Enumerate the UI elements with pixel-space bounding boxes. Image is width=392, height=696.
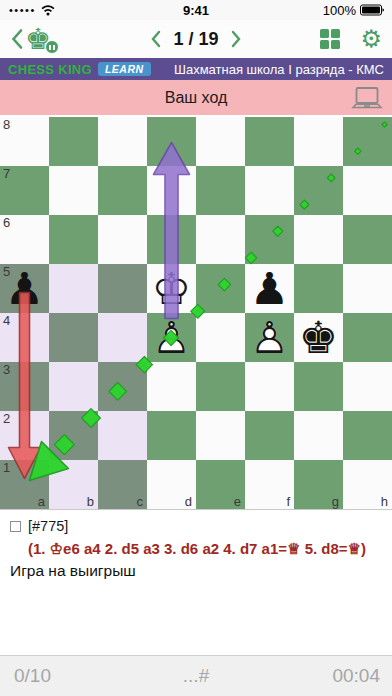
exercise-caption: Игра на выигрыш xyxy=(10,562,382,580)
square-b3[interactable] xyxy=(49,362,98,411)
solved-checkbox[interactable] xyxy=(10,521,21,532)
square-a5[interactable]: 5♟ xyxy=(0,264,49,313)
piece-white-pawn[interactable]: ♟♙ xyxy=(147,313,196,362)
square-h6[interactable] xyxy=(343,215,392,264)
square-h5[interactable] xyxy=(343,264,392,313)
file-label-e: e xyxy=(234,494,241,509)
square-d3[interactable] xyxy=(147,362,196,411)
brand-logo-text: CHESS KING xyxy=(8,62,92,77)
rank-label-7: 7 xyxy=(3,166,10,181)
turn-prompt-text: Ваш ход xyxy=(165,89,228,107)
piece-black-king[interactable]: ♚ xyxy=(294,313,343,362)
square-h8[interactable] xyxy=(343,117,392,166)
square-d1[interactable]: d xyxy=(147,460,196,509)
square-h7[interactable] xyxy=(343,166,392,215)
square-d2[interactable] xyxy=(147,411,196,460)
turn-prompt-bar: Ваш ход xyxy=(0,80,392,117)
piece-black-pawn[interactable]: ♟ xyxy=(245,264,294,313)
square-e8[interactable] xyxy=(196,117,245,166)
course-title: Шахматная школа I разряда - КМС xyxy=(174,62,384,77)
file-label-d: d xyxy=(185,494,192,509)
square-d4[interactable]: ♟♙ xyxy=(147,313,196,362)
file-label-a: a xyxy=(38,494,45,509)
square-a6[interactable]: 6 xyxy=(0,215,49,264)
back-chevron-icon xyxy=(10,28,23,50)
square-d5[interactable]: ♚♔ xyxy=(147,264,196,313)
square-g6[interactable] xyxy=(294,215,343,264)
battery-icon xyxy=(360,4,385,16)
square-c1[interactable]: c xyxy=(98,460,147,509)
square-h2[interactable] xyxy=(343,411,392,460)
square-b6[interactable] xyxy=(49,215,98,264)
square-f4[interactable]: ♟♙ xyxy=(245,313,294,362)
status-bar: ••••• 9:41 100% xyxy=(0,0,392,20)
battery-percent: 100% xyxy=(323,3,356,18)
square-b5[interactable] xyxy=(49,264,98,313)
square-g7[interactable] xyxy=(294,166,343,215)
square-f6[interactable] xyxy=(245,215,294,264)
rank-label-1: 1 xyxy=(3,460,10,475)
puzzle-list-icon[interactable] xyxy=(320,29,340,49)
square-f8[interactable] xyxy=(245,117,294,166)
brand-bar: CHESS KING LEARN Шахматная школа I разря… xyxy=(0,58,392,80)
square-c5[interactable] xyxy=(98,264,147,313)
square-g2[interactable] xyxy=(294,411,343,460)
file-label-f: f xyxy=(286,494,290,509)
square-e4[interactable] xyxy=(196,313,245,362)
file-label-b: b xyxy=(87,494,94,509)
puzzle-counter: 1 / 19 xyxy=(173,29,218,50)
square-b4[interactable] xyxy=(49,313,98,362)
app-screen: ••••• 9:41 100% ♚ xyxy=(0,0,392,696)
square-g3[interactable] xyxy=(294,362,343,411)
square-b1[interactable]: b xyxy=(49,460,98,509)
learn-badge: LEARN xyxy=(98,62,151,76)
square-f2[interactable] xyxy=(245,411,294,460)
back-button[interactable]: ♚ xyxy=(10,23,57,55)
square-g8[interactable] xyxy=(294,117,343,166)
exercise-info-panel: [#775] (1. ♔e6 a4 2. d5 a3 3. d6 a2 4. d… xyxy=(0,510,392,580)
file-label-h: h xyxy=(381,494,388,509)
chess-board: 8765♟♚♔♟4♟♙♟♙♚321abcdefgh xyxy=(0,117,392,510)
square-e1[interactable]: e xyxy=(196,460,245,509)
chess-king-logo-icon: ♚ xyxy=(25,23,57,55)
next-puzzle-icon[interactable] xyxy=(231,30,242,48)
square-a3[interactable]: 3 xyxy=(0,362,49,411)
square-b2[interactable] xyxy=(49,411,98,460)
piece-white-pawn[interactable]: ♟♙ xyxy=(245,313,294,362)
square-b8[interactable] xyxy=(49,117,98,166)
computer-engine-icon[interactable] xyxy=(350,86,384,111)
rank-label-3: 3 xyxy=(3,362,10,377)
battery-cluster: 100% xyxy=(323,3,392,18)
square-e7[interactable] xyxy=(196,166,245,215)
prev-puzzle-icon[interactable] xyxy=(150,30,161,48)
rank-label-4: 4 xyxy=(3,313,10,328)
solution-moves[interactable]: (1. ♔e6 a4 2. d5 a3 3. d6 a2 4. d7 a1=♕ … xyxy=(10,539,382,559)
exercise-id: [#775] xyxy=(28,518,68,534)
rank-label-8: 8 xyxy=(3,117,10,132)
file-label-g: g xyxy=(332,494,339,509)
square-c8[interactable] xyxy=(98,117,147,166)
square-c6[interactable] xyxy=(98,215,147,264)
square-h4[interactable] xyxy=(343,313,392,362)
square-a4[interactable]: 4 xyxy=(0,313,49,362)
square-h3[interactable] xyxy=(343,362,392,411)
square-g4[interactable]: ♚ xyxy=(294,313,343,362)
nav-bar: ♚ 1 / 19 ⚙ xyxy=(0,20,392,58)
square-d8[interactable] xyxy=(147,117,196,166)
square-a2[interactable]: 2 xyxy=(0,411,49,460)
rank-label-6: 6 xyxy=(3,215,10,230)
square-e3[interactable] xyxy=(196,362,245,411)
square-a7[interactable]: 7 xyxy=(0,166,49,215)
square-f5[interactable]: ♟ xyxy=(245,264,294,313)
square-a8[interactable]: 8 xyxy=(0,117,49,166)
square-c7[interactable] xyxy=(98,166,147,215)
square-e6[interactable] xyxy=(196,215,245,264)
pause-badge-icon xyxy=(45,40,59,54)
exercise-id-row: [#775] xyxy=(10,518,382,534)
square-c4[interactable] xyxy=(98,313,147,362)
nav-actions: ⚙ xyxy=(320,27,382,51)
square-e5[interactable] xyxy=(196,264,245,313)
footer-bar: 0/10 ...# 00:04 xyxy=(0,655,392,696)
rank-label-2: 2 xyxy=(3,411,10,426)
square-b7[interactable] xyxy=(49,166,98,215)
square-a1[interactable]: 1a xyxy=(0,460,49,509)
square-g5[interactable] xyxy=(294,264,343,313)
goal-indicator: ...# xyxy=(0,665,392,687)
file-label-c: c xyxy=(137,494,144,509)
square-f1[interactable]: f xyxy=(245,460,294,509)
square-f7[interactable] xyxy=(245,166,294,215)
square-c3[interactable] xyxy=(98,362,147,411)
square-f3[interactable] xyxy=(245,362,294,411)
settings-gear-icon[interactable]: ⚙ xyxy=(360,27,382,51)
piece-black-pawn[interactable]: ♟ xyxy=(0,264,49,313)
square-g1[interactable]: g xyxy=(294,460,343,509)
square-c2[interactable] xyxy=(98,411,147,460)
square-d7[interactable] xyxy=(147,166,196,215)
piece-white-king[interactable]: ♚♔ xyxy=(147,264,196,313)
square-d6[interactable] xyxy=(147,215,196,264)
square-e2[interactable] xyxy=(196,411,245,460)
square-h1[interactable]: h xyxy=(343,460,392,509)
